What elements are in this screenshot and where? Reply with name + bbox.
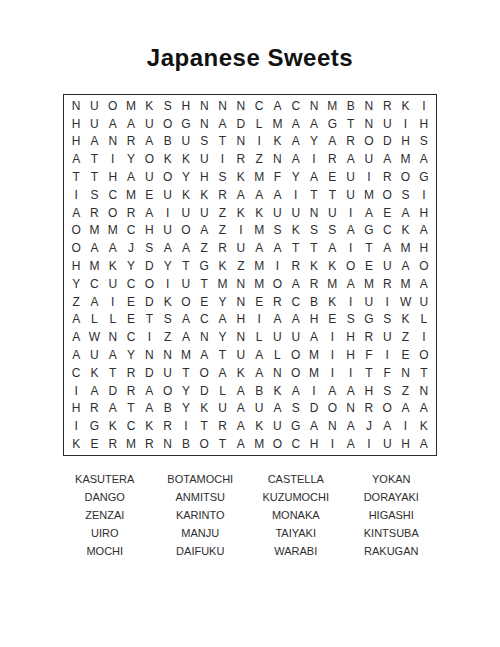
grid-cell-r10c17[interactable]: E: [360, 257, 378, 275]
grid-cell-r19c14[interactable]: A: [305, 417, 323, 435]
grid-cell-r8c13[interactable]: K: [287, 222, 305, 240]
grid-cell-r14c16[interactable]: H: [341, 328, 359, 346]
grid-cell-r7c20[interactable]: H: [415, 204, 433, 222]
grid-cell-r17c13[interactable]: A: [287, 382, 305, 400]
grid-cell-r19c8[interactable]: T: [195, 417, 213, 435]
grid-cell-r7c10[interactable]: K: [232, 204, 250, 222]
grid-cell-r5c5[interactable]: U: [140, 168, 158, 186]
grid-cell-r2c19[interactable]: I: [396, 115, 414, 133]
grid-cell-r12c13[interactable]: C: [287, 293, 305, 311]
grid-cell-r20c14[interactable]: H: [305, 435, 323, 453]
grid-cell-r12c18[interactable]: I: [378, 293, 396, 311]
grid-cell-r10c11[interactable]: M: [250, 257, 268, 275]
grid-cell-r4c1[interactable]: A: [67, 150, 85, 168]
grid-cell-r18c4[interactable]: T: [122, 400, 140, 418]
grid-cell-r13c2[interactable]: L: [85, 311, 103, 329]
grid-cell-r10c20[interactable]: O: [415, 257, 433, 275]
grid-cell-r2c15[interactable]: G: [323, 115, 341, 133]
grid-cell-r13c13[interactable]: A: [287, 311, 305, 329]
grid-cell-r16c1[interactable]: C: [67, 364, 85, 382]
grid-cell-r6c5[interactable]: E: [140, 186, 158, 204]
grid-cell-r2c1[interactable]: H: [67, 115, 85, 133]
grid-cell-r16c20[interactable]: T: [415, 364, 433, 382]
grid-cell-r9c19[interactable]: M: [396, 239, 414, 257]
grid-cell-r13c7[interactable]: A: [177, 311, 195, 329]
grid-cell-r3c17[interactable]: O: [360, 133, 378, 151]
grid-cell-r15c14[interactable]: M: [305, 346, 323, 364]
grid-cell-r19c2[interactable]: G: [85, 417, 103, 435]
grid-cell-r2c20[interactable]: H: [415, 115, 433, 133]
grid-cell-r18c14[interactable]: D: [305, 400, 323, 418]
grid-cell-r2c9[interactable]: A: [213, 115, 231, 133]
grid-cell-r1c11[interactable]: C: [250, 97, 268, 115]
grid-cell-r7c19[interactable]: A: [396, 204, 414, 222]
grid-cell-r4c14[interactable]: I: [305, 150, 323, 168]
grid-cell-r4c19[interactable]: M: [396, 150, 414, 168]
grid-cell-r12c5[interactable]: D: [140, 293, 158, 311]
grid-cell-r14c10[interactable]: N: [232, 328, 250, 346]
grid-cell-r9c13[interactable]: T: [287, 239, 305, 257]
grid-cell-r17c20[interactable]: N: [415, 382, 433, 400]
grid-cell-r10c10[interactable]: Z: [232, 257, 250, 275]
grid-cell-r12c10[interactable]: N: [232, 293, 250, 311]
grid-cell-r2c12[interactable]: M: [268, 115, 286, 133]
grid-cell-r10c15[interactable]: K: [323, 257, 341, 275]
grid-cell-r13c20[interactable]: L: [415, 311, 433, 329]
grid-cell-r11c12[interactable]: O: [268, 275, 286, 293]
grid-cell-r18c18[interactable]: O: [378, 400, 396, 418]
grid-cell-r5c11[interactable]: M: [250, 168, 268, 186]
grid-cell-r14c20[interactable]: I: [415, 328, 433, 346]
grid-cell-r20c15[interactable]: I: [323, 435, 341, 453]
grid-cell-r14c18[interactable]: U: [378, 328, 396, 346]
grid-cell-r12c6[interactable]: K: [158, 293, 176, 311]
grid-cell-r13c1[interactable]: A: [67, 311, 85, 329]
grid-cell-r8c20[interactable]: A: [415, 222, 433, 240]
grid-cell-r4c10[interactable]: R: [232, 150, 250, 168]
grid-cell-r5c19[interactable]: O: [396, 168, 414, 186]
grid-cell-r10c9[interactable]: K: [213, 257, 231, 275]
grid-cell-r3c2[interactable]: A: [85, 133, 103, 151]
grid-cell-r11c17[interactable]: M: [360, 275, 378, 293]
grid-cell-r15c1[interactable]: A: [67, 346, 85, 364]
grid-cell-r2c17[interactable]: N: [360, 115, 378, 133]
grid-cell-r19c1[interactable]: I: [67, 417, 85, 435]
grid-cell-r11c20[interactable]: A: [415, 275, 433, 293]
grid-cell-r10c1[interactable]: H: [67, 257, 85, 275]
grid-cell-r18c16[interactable]: N: [341, 400, 359, 418]
grid-cell-r15c5[interactable]: N: [140, 346, 158, 364]
grid-cell-r19c12[interactable]: U: [268, 417, 286, 435]
grid-cell-r12c2[interactable]: A: [85, 293, 103, 311]
grid-cell-r9c6[interactable]: A: [158, 239, 176, 257]
grid-cell-r6c1[interactable]: I: [67, 186, 85, 204]
grid-cell-r14c17[interactable]: R: [360, 328, 378, 346]
grid-cell-r3c8[interactable]: S: [195, 133, 213, 151]
grid-cell-r7c9[interactable]: Z: [213, 204, 231, 222]
grid-cell-r19c5[interactable]: K: [140, 417, 158, 435]
grid-cell-r12c15[interactable]: K: [323, 293, 341, 311]
grid-cell-r11c7[interactable]: U: [177, 275, 195, 293]
grid-cell-r9c18[interactable]: A: [378, 239, 396, 257]
grid-cell-r10c13[interactable]: R: [287, 257, 305, 275]
grid-cell-r3c10[interactable]: N: [232, 133, 250, 151]
grid-cell-r16c17[interactable]: T: [360, 364, 378, 382]
grid-cell-r20c4[interactable]: M: [122, 435, 140, 453]
grid-cell-r12c17[interactable]: U: [360, 293, 378, 311]
grid-cell-r6c19[interactable]: S: [396, 186, 414, 204]
grid-cell-r17c1[interactable]: I: [67, 382, 85, 400]
grid-cell-r6c7[interactable]: K: [177, 186, 195, 204]
grid-cell-r3c6[interactable]: B: [158, 133, 176, 151]
grid-cell-r11c9[interactable]: M: [213, 275, 231, 293]
grid-cell-r17c10[interactable]: A: [232, 382, 250, 400]
grid-cell-r4c18[interactable]: A: [378, 150, 396, 168]
grid-cell-r6c18[interactable]: O: [378, 186, 396, 204]
grid-cell-r5c17[interactable]: I: [360, 168, 378, 186]
grid-cell-r14c12[interactable]: U: [268, 328, 286, 346]
grid-cell-r20c5[interactable]: R: [140, 435, 158, 453]
grid-cell-r13c5[interactable]: T: [140, 311, 158, 329]
grid-cell-r14c9[interactable]: Y: [213, 328, 231, 346]
grid-cell-r19c4[interactable]: C: [122, 417, 140, 435]
grid-cell-r1c13[interactable]: C: [287, 97, 305, 115]
grid-cell-r18c6[interactable]: B: [158, 400, 176, 418]
grid-cell-r11c18[interactable]: R: [378, 275, 396, 293]
grid-cell-r15c18[interactable]: I: [378, 346, 396, 364]
grid-cell-r15c8[interactable]: A: [195, 346, 213, 364]
grid-cell-r19c13[interactable]: G: [287, 417, 305, 435]
grid-cell-r2c16[interactable]: T: [341, 115, 359, 133]
grid-cell-r4c8[interactable]: U: [195, 150, 213, 168]
grid-cell-r15c7[interactable]: M: [177, 346, 195, 364]
grid-cell-r18c15[interactable]: O: [323, 400, 341, 418]
grid-cell-r3c1[interactable]: H: [67, 133, 85, 151]
grid-cell-r19c11[interactable]: K: [250, 417, 268, 435]
grid-cell-r14c14[interactable]: A: [305, 328, 323, 346]
grid-cell-r16c7[interactable]: T: [177, 364, 195, 382]
grid-cell-r1c12[interactable]: A: [268, 97, 286, 115]
grid-cell-r14c3[interactable]: N: [104, 328, 122, 346]
grid-cell-r13c19[interactable]: K: [396, 311, 414, 329]
grid-cell-r11c13[interactable]: A: [287, 275, 305, 293]
grid-cell-r19c3[interactable]: K: [104, 417, 122, 435]
grid-cell-r18c7[interactable]: Y: [177, 400, 195, 418]
grid-cell-r13c18[interactable]: S: [378, 311, 396, 329]
grid-cell-r9c7[interactable]: A: [177, 239, 195, 257]
grid-cell-r12c14[interactable]: B: [305, 293, 323, 311]
grid-cell-r6c11[interactable]: A: [250, 186, 268, 204]
grid-cell-r5c1[interactable]: T: [67, 168, 85, 186]
grid-cell-r15c15[interactable]: I: [323, 346, 341, 364]
grid-cell-r10c16[interactable]: O: [341, 257, 359, 275]
grid-cell-r12c9[interactable]: Y: [213, 293, 231, 311]
grid-cell-r8c17[interactable]: G: [360, 222, 378, 240]
grid-cell-r7c11[interactable]: K: [250, 204, 268, 222]
grid-cell-r3c18[interactable]: D: [378, 133, 396, 151]
grid-cell-r5c2[interactable]: T: [85, 168, 103, 186]
grid-cell-r19c15[interactable]: N: [323, 417, 341, 435]
grid-cell-r11c4[interactable]: C: [122, 275, 140, 293]
grid-cell-r20c2[interactable]: E: [85, 435, 103, 453]
grid-cell-r18c5[interactable]: A: [140, 400, 158, 418]
grid-cell-r4c7[interactable]: K: [177, 150, 195, 168]
grid-cell-r12c16[interactable]: I: [341, 293, 359, 311]
grid-cell-r5c6[interactable]: O: [158, 168, 176, 186]
grid-cell-r17c17[interactable]: H: [360, 382, 378, 400]
grid-cell-r10c5[interactable]: D: [140, 257, 158, 275]
grid-cell-r11c5[interactable]: O: [140, 275, 158, 293]
grid-cell-r8c18[interactable]: C: [378, 222, 396, 240]
grid-cell-r20c19[interactable]: H: [396, 435, 414, 453]
grid-cell-r14c2[interactable]: W: [85, 328, 103, 346]
grid-cell-r1c15[interactable]: M: [323, 97, 341, 115]
grid-cell-r3c11[interactable]: I: [250, 133, 268, 151]
grid-cell-r3c15[interactable]: A: [323, 133, 341, 151]
grid-cell-r1c1[interactable]: N: [67, 97, 85, 115]
grid-cell-r19c6[interactable]: R: [158, 417, 176, 435]
grid-cell-r14c8[interactable]: N: [195, 328, 213, 346]
grid-cell-r17c4[interactable]: R: [122, 382, 140, 400]
grid-cell-r16c18[interactable]: F: [378, 364, 396, 382]
grid-cell-r9c11[interactable]: A: [250, 239, 268, 257]
grid-cell-r15c10[interactable]: U: [232, 346, 250, 364]
grid-cell-r18c11[interactable]: U: [250, 400, 268, 418]
grid-cell-r9c10[interactable]: U: [232, 239, 250, 257]
grid-cell-r7c3[interactable]: O: [104, 204, 122, 222]
grid-cell-r7c18[interactable]: E: [378, 204, 396, 222]
grid-cell-r12c7[interactable]: O: [177, 293, 195, 311]
grid-cell-r2c2[interactable]: U: [85, 115, 103, 133]
grid-cell-r7c2[interactable]: R: [85, 204, 103, 222]
grid-cell-r5c3[interactable]: H: [104, 168, 122, 186]
grid-cell-r1c14[interactable]: N: [305, 97, 323, 115]
grid-cell-r4c15[interactable]: R: [323, 150, 341, 168]
grid-cell-r7c4[interactable]: R: [122, 204, 140, 222]
grid-cell-r4c4[interactable]: Y: [122, 150, 140, 168]
grid-cell-r14c19[interactable]: Z: [396, 328, 414, 346]
grid-cell-r14c15[interactable]: I: [323, 328, 341, 346]
grid-cell-r20c20[interactable]: A: [415, 435, 433, 453]
grid-cell-r16c8[interactable]: O: [195, 364, 213, 382]
grid-cell-r20c9[interactable]: T: [213, 435, 231, 453]
grid-cell-r1c5[interactable]: K: [140, 97, 158, 115]
grid-cell-r4c6[interactable]: K: [158, 150, 176, 168]
grid-cell-r11c1[interactable]: Y: [67, 275, 85, 293]
grid-cell-r11c10[interactable]: N: [232, 275, 250, 293]
grid-cell-r9c14[interactable]: T: [305, 239, 323, 257]
grid-cell-r6c8[interactable]: K: [195, 186, 213, 204]
grid-cell-r4c11[interactable]: Z: [250, 150, 268, 168]
grid-cell-r13c17[interactable]: G: [360, 311, 378, 329]
grid-cell-r19c19[interactable]: I: [396, 417, 414, 435]
grid-cell-r18c3[interactable]: A: [104, 400, 122, 418]
grid-cell-r17c9[interactable]: L: [213, 382, 231, 400]
grid-cell-r18c2[interactable]: R: [85, 400, 103, 418]
grid-cell-r5c10[interactable]: K: [232, 168, 250, 186]
grid-cell-r15c16[interactable]: H: [341, 346, 359, 364]
grid-cell-r12c19[interactable]: W: [396, 293, 414, 311]
grid-cell-r3c16[interactable]: R: [341, 133, 359, 151]
grid-cell-r5c13[interactable]: Y: [287, 168, 305, 186]
grid-cell-r14c7[interactable]: A: [177, 328, 195, 346]
grid-cell-r4c9[interactable]: I: [213, 150, 231, 168]
grid-cell-r6c3[interactable]: C: [104, 186, 122, 204]
grid-cell-r9c3[interactable]: A: [104, 239, 122, 257]
grid-cell-r9c15[interactable]: A: [323, 239, 341, 257]
grid-cell-r16c11[interactable]: A: [250, 364, 268, 382]
grid-cell-r10c18[interactable]: U: [378, 257, 396, 275]
grid-cell-r17c14[interactable]: I: [305, 382, 323, 400]
grid-cell-r19c18[interactable]: A: [378, 417, 396, 435]
grid-cell-r2c6[interactable]: O: [158, 115, 176, 133]
grid-cell-r11c14[interactable]: R: [305, 275, 323, 293]
grid-cell-r16c5[interactable]: D: [140, 364, 158, 382]
grid-cell-r10c14[interactable]: K: [305, 257, 323, 275]
grid-cell-r16c16[interactable]: I: [341, 364, 359, 382]
grid-cell-r19c9[interactable]: R: [213, 417, 231, 435]
grid-cell-r1c2[interactable]: U: [85, 97, 103, 115]
grid-cell-r17c6[interactable]: O: [158, 382, 176, 400]
grid-cell-r19c7[interactable]: I: [177, 417, 195, 435]
grid-cell-r9c9[interactable]: R: [213, 239, 231, 257]
grid-cell-r2c4[interactable]: A: [122, 115, 140, 133]
grid-cell-r9c8[interactable]: Z: [195, 239, 213, 257]
grid-cell-r8c2[interactable]: M: [85, 222, 103, 240]
grid-cell-r18c8[interactable]: K: [195, 400, 213, 418]
grid-cell-r15c4[interactable]: Y: [122, 346, 140, 364]
grid-cell-r4c2[interactable]: T: [85, 150, 103, 168]
grid-cell-r5c12[interactable]: F: [268, 168, 286, 186]
grid-cell-r16c13[interactable]: O: [287, 364, 305, 382]
grid-cell-r1c6[interactable]: S: [158, 97, 176, 115]
grid-cell-r1c8[interactable]: N: [195, 97, 213, 115]
grid-cell-r10c3[interactable]: K: [104, 257, 122, 275]
grid-cell-r13c15[interactable]: E: [323, 311, 341, 329]
grid-cell-r6c12[interactable]: A: [268, 186, 286, 204]
grid-cell-r2c8[interactable]: N: [195, 115, 213, 133]
grid-cell-r5c20[interactable]: G: [415, 168, 433, 186]
grid-cell-r15c3[interactable]: A: [104, 346, 122, 364]
grid-cell-r16c14[interactable]: M: [305, 364, 323, 382]
grid-cell-r5c7[interactable]: Y: [177, 168, 195, 186]
grid-cell-r1c20[interactable]: I: [415, 97, 433, 115]
grid-cell-r8c14[interactable]: S: [305, 222, 323, 240]
grid-cell-r3c9[interactable]: T: [213, 133, 231, 151]
grid-cell-r11c11[interactable]: M: [250, 275, 268, 293]
grid-cell-r1c7[interactable]: H: [177, 97, 195, 115]
grid-cell-r10c19[interactable]: A: [396, 257, 414, 275]
grid-cell-r1c18[interactable]: R: [378, 97, 396, 115]
grid-cell-r15c9[interactable]: T: [213, 346, 231, 364]
grid-cell-r8c6[interactable]: U: [158, 222, 176, 240]
grid-cell-r1c4[interactable]: M: [122, 97, 140, 115]
grid-cell-r17c18[interactable]: S: [378, 382, 396, 400]
grid-cell-r5c8[interactable]: H: [195, 168, 213, 186]
grid-cell-r16c6[interactable]: U: [158, 364, 176, 382]
grid-cell-r5c18[interactable]: R: [378, 168, 396, 186]
grid-cell-r13c8[interactable]: C: [195, 311, 213, 329]
grid-cell-r12c3[interactable]: I: [104, 293, 122, 311]
grid-cell-r3c19[interactable]: H: [396, 133, 414, 151]
grid-cell-r7c5[interactable]: A: [140, 204, 158, 222]
grid-cell-r5c9[interactable]: S: [213, 168, 231, 186]
grid-cell-r7c6[interactable]: I: [158, 204, 176, 222]
grid-cell-r10c8[interactable]: G: [195, 257, 213, 275]
grid-cell-r7c7[interactable]: U: [177, 204, 195, 222]
grid-cell-r7c1[interactable]: A: [67, 204, 85, 222]
grid-cell-r15c11[interactable]: A: [250, 346, 268, 364]
grid-cell-r16c9[interactable]: A: [213, 364, 231, 382]
grid-cell-r20c8[interactable]: O: [195, 435, 213, 453]
grid-cell-r12c12[interactable]: R: [268, 293, 286, 311]
grid-cell-r18c17[interactable]: R: [360, 400, 378, 418]
grid-cell-r5c4[interactable]: A: [122, 168, 140, 186]
grid-cell-r11c16[interactable]: A: [341, 275, 359, 293]
grid-cell-r20c17[interactable]: I: [360, 435, 378, 453]
grid-cell-r3c3[interactable]: N: [104, 133, 122, 151]
grid-cell-r20c13[interactable]: C: [287, 435, 305, 453]
grid-cell-r5c15[interactable]: E: [323, 168, 341, 186]
grid-cell-r3c13[interactable]: A: [287, 133, 305, 151]
grid-cell-r8c1[interactable]: O: [67, 222, 85, 240]
grid-cell-r6c13[interactable]: I: [287, 186, 305, 204]
grid-cell-r15c6[interactable]: N: [158, 346, 176, 364]
grid-cell-r9c4[interactable]: J: [122, 239, 140, 257]
grid-cell-r9c17[interactable]: T: [360, 239, 378, 257]
grid-cell-r20c1[interactable]: K: [67, 435, 85, 453]
grid-cell-r16c3[interactable]: T: [104, 364, 122, 382]
grid-cell-r9c5[interactable]: S: [140, 239, 158, 257]
grid-cell-r2c3[interactable]: A: [104, 115, 122, 133]
grid-cell-r17c16[interactable]: A: [341, 382, 359, 400]
grid-cell-r10c4[interactable]: Y: [122, 257, 140, 275]
grid-cell-r1c16[interactable]: B: [341, 97, 359, 115]
grid-cell-r8c10[interactable]: I: [232, 222, 250, 240]
grid-cell-r1c17[interactable]: N: [360, 97, 378, 115]
grid-cell-r19c20[interactable]: K: [415, 417, 433, 435]
grid-cell-r13c14[interactable]: H: [305, 311, 323, 329]
grid-cell-r6c2[interactable]: S: [85, 186, 103, 204]
grid-cell-r13c3[interactable]: L: [104, 311, 122, 329]
grid-cell-r3c5[interactable]: A: [140, 133, 158, 151]
grid-cell-r19c17[interactable]: J: [360, 417, 378, 435]
grid-cell-r20c12[interactable]: O: [268, 435, 286, 453]
grid-cell-r20c10[interactable]: A: [232, 435, 250, 453]
grid-cell-r6c16[interactable]: U: [341, 186, 359, 204]
grid-cell-r9c1[interactable]: O: [67, 239, 85, 257]
grid-cell-r8c11[interactable]: M: [250, 222, 268, 240]
grid-cell-r1c3[interactable]: O: [104, 97, 122, 115]
grid-cell-r8c19[interactable]: K: [396, 222, 414, 240]
grid-cell-r17c7[interactable]: Y: [177, 382, 195, 400]
grid-cell-r7c15[interactable]: U: [323, 204, 341, 222]
grid-cell-r12c20[interactable]: U: [415, 293, 433, 311]
grid-cell-r3c4[interactable]: R: [122, 133, 140, 151]
grid-cell-r17c12[interactable]: K: [268, 382, 286, 400]
grid-cell-r19c16[interactable]: A: [341, 417, 359, 435]
grid-cell-r3c7[interactable]: U: [177, 133, 195, 151]
grid-cell-r9c20[interactable]: H: [415, 239, 433, 257]
grid-cell-r11c2[interactable]: C: [85, 275, 103, 293]
grid-cell-r16c19[interactable]: N: [396, 364, 414, 382]
grid-cell-r13c12[interactable]: A: [268, 311, 286, 329]
grid-cell-r13c16[interactable]: S: [341, 311, 359, 329]
grid-cell-r7c8[interactable]: U: [195, 204, 213, 222]
grid-cell-r20c11[interactable]: M: [250, 435, 268, 453]
grid-cell-r10c7[interactable]: T: [177, 257, 195, 275]
grid-cell-r20c6[interactable]: N: [158, 435, 176, 453]
